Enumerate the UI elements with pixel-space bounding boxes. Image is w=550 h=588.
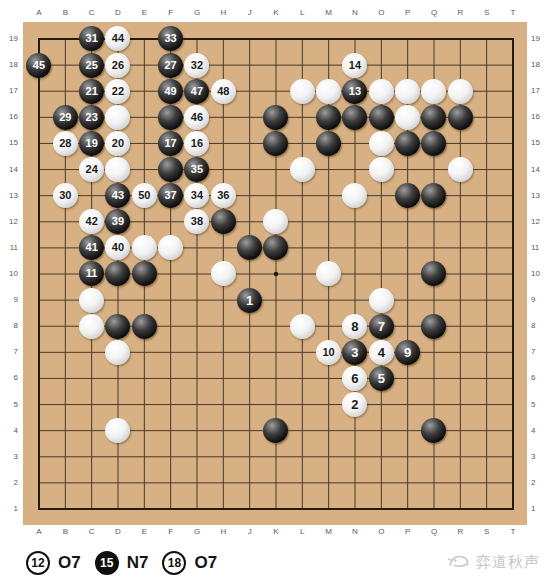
white-stone-L14 bbox=[290, 157, 315, 182]
black-stone-F18: 27 bbox=[158, 53, 183, 78]
row-label-left-3: 3 bbox=[0, 452, 18, 462]
black-stone-N16 bbox=[342, 105, 367, 130]
col-label-bottom-D: D bbox=[105, 527, 131, 536]
white-stone-N18: 14 bbox=[342, 53, 367, 78]
white-stone-N6: 6 bbox=[342, 366, 367, 391]
black-stone-J11 bbox=[237, 235, 262, 260]
white-stone-L17 bbox=[290, 79, 315, 104]
col-label-top-O: O bbox=[368, 8, 394, 17]
row-label-left-14: 14 bbox=[0, 165, 18, 175]
row-label-left-13: 13 bbox=[0, 191, 18, 201]
white-stone-E13: 50 bbox=[132, 183, 157, 208]
col-label-bottom-H: H bbox=[210, 527, 236, 536]
white-stone-D15: 20 bbox=[105, 131, 130, 156]
black-stone-Q4 bbox=[421, 418, 446, 443]
col-label-top-E: E bbox=[131, 8, 157, 17]
row-label-right-1: 1 bbox=[531, 504, 549, 514]
black-stone-K16 bbox=[263, 105, 288, 130]
black-stone-Q13 bbox=[421, 183, 446, 208]
row-label-left-8: 8 bbox=[0, 321, 18, 331]
white-stone-N13 bbox=[342, 183, 367, 208]
go-board: 3144334525262732142122494748132923462819… bbox=[23, 22, 527, 525]
white-stone-C14: 24 bbox=[79, 157, 104, 182]
black-stone-N7: 3 bbox=[342, 340, 367, 365]
col-label-top-C: C bbox=[79, 8, 105, 17]
col-label-bottom-F: F bbox=[158, 527, 184, 536]
black-stone-C19: 31 bbox=[79, 26, 104, 51]
white-stone-H17: 48 bbox=[211, 79, 236, 104]
black-stone-Q8 bbox=[421, 314, 446, 339]
row-label-right-18: 18 bbox=[531, 60, 549, 70]
black-stone-P7: 9 bbox=[395, 340, 420, 365]
row-label-left-1: 1 bbox=[0, 504, 18, 514]
row-label-right-5: 5 bbox=[531, 400, 549, 410]
black-stone-A18: 45 bbox=[26, 53, 51, 78]
caption-move-point-15: N7 bbox=[127, 553, 149, 573]
white-stone-O14 bbox=[369, 157, 394, 182]
black-stone-R16 bbox=[448, 105, 473, 130]
white-stone-C8 bbox=[79, 314, 104, 339]
row-label-right-12: 12 bbox=[531, 217, 549, 227]
watermark-text: 弈道秋声 bbox=[476, 553, 540, 572]
white-stone-M17 bbox=[316, 79, 341, 104]
row-label-right-2: 2 bbox=[531, 478, 549, 488]
white-stone-G16: 46 bbox=[184, 105, 209, 130]
white-stone-P16 bbox=[395, 105, 420, 130]
white-stone-G13: 34 bbox=[184, 183, 209, 208]
col-label-bottom-S: S bbox=[474, 527, 500, 536]
col-label-top-J: J bbox=[237, 8, 263, 17]
col-label-bottom-T: T bbox=[500, 527, 526, 536]
col-label-bottom-P: P bbox=[395, 527, 421, 536]
row-label-left-18: 18 bbox=[0, 60, 18, 70]
white-stone-O15 bbox=[369, 131, 394, 156]
row-label-right-3: 3 bbox=[531, 452, 549, 462]
white-stone-D4 bbox=[105, 418, 130, 443]
row-label-left-12: 12 bbox=[0, 217, 18, 227]
black-stone-O16 bbox=[369, 105, 394, 130]
white-stone-N5: 2 bbox=[342, 392, 367, 417]
col-label-top-D: D bbox=[105, 8, 131, 17]
black-stone-E10 bbox=[132, 261, 157, 286]
white-stone-M7: 10 bbox=[316, 340, 341, 365]
white-stone-B15: 28 bbox=[53, 131, 78, 156]
black-stone-F16 bbox=[158, 105, 183, 130]
white-stone-L8 bbox=[290, 314, 315, 339]
black-stone-G17: 47 bbox=[184, 79, 209, 104]
col-label-top-Q: Q bbox=[421, 8, 447, 17]
black-stone-M16 bbox=[316, 105, 341, 130]
caption-move-badge-18: 18 bbox=[162, 551, 186, 575]
watermark: 弈道秋声 bbox=[446, 551, 540, 573]
black-stone-F19: 33 bbox=[158, 26, 183, 51]
col-label-bottom-C: C bbox=[79, 527, 105, 536]
white-stone-D14 bbox=[105, 157, 130, 182]
white-stone-K12 bbox=[263, 209, 288, 234]
black-stone-K4 bbox=[263, 418, 288, 443]
col-label-top-M: M bbox=[316, 8, 342, 17]
col-label-bottom-R: R bbox=[447, 527, 473, 536]
black-stone-C18: 25 bbox=[79, 53, 104, 78]
white-stone-N8: 8 bbox=[342, 314, 367, 339]
black-stone-D10 bbox=[105, 261, 130, 286]
row-label-right-9: 9 bbox=[531, 295, 549, 305]
white-stone-C9 bbox=[79, 288, 104, 313]
row-label-left-17: 17 bbox=[0, 86, 18, 96]
caption-move-point-18: O7 bbox=[194, 553, 217, 573]
row-label-right-16: 16 bbox=[531, 112, 549, 122]
white-stone-M10 bbox=[316, 261, 341, 286]
black-stone-M15 bbox=[316, 131, 341, 156]
black-stone-F15: 17 bbox=[158, 131, 183, 156]
caption-move-badge-15: 15 bbox=[95, 551, 119, 575]
black-stone-O8: 7 bbox=[369, 314, 394, 339]
white-stone-O7: 4 bbox=[369, 340, 394, 365]
white-stone-F11 bbox=[158, 235, 183, 260]
row-label-right-13: 13 bbox=[531, 191, 549, 201]
row-label-right-4: 4 bbox=[531, 426, 549, 436]
white-stone-G15: 16 bbox=[184, 131, 209, 156]
caption-move-badge-12: 12 bbox=[26, 551, 50, 575]
col-label-bottom-Q: Q bbox=[421, 527, 447, 536]
row-label-left-4: 4 bbox=[0, 426, 18, 436]
white-stone-O17 bbox=[369, 79, 394, 104]
black-stone-K11 bbox=[263, 235, 288, 260]
col-label-bottom-K: K bbox=[263, 527, 289, 536]
watermark-logo-icon bbox=[446, 551, 472, 573]
row-label-right-6: 6 bbox=[531, 373, 549, 383]
black-stone-G14: 35 bbox=[184, 157, 209, 182]
white-stone-D19: 44 bbox=[105, 26, 130, 51]
row-label-right-17: 17 bbox=[531, 86, 549, 96]
col-label-top-B: B bbox=[52, 8, 78, 17]
black-stone-B16: 29 bbox=[53, 105, 78, 130]
col-label-top-F: F bbox=[158, 8, 184, 17]
row-label-left-7: 7 bbox=[0, 347, 18, 357]
col-label-bottom-J: J bbox=[237, 527, 263, 536]
row-label-left-2: 2 bbox=[0, 478, 18, 488]
black-stone-D13: 43 bbox=[105, 183, 130, 208]
black-stone-F14 bbox=[158, 157, 183, 182]
col-label-top-A: A bbox=[26, 8, 52, 17]
row-label-left-15: 15 bbox=[0, 138, 18, 148]
white-stone-D11: 40 bbox=[105, 235, 130, 260]
col-label-top-T: T bbox=[500, 8, 526, 17]
black-stone-N17: 13 bbox=[342, 79, 367, 104]
black-stone-J9: 1 bbox=[237, 288, 262, 313]
black-stone-C17: 21 bbox=[79, 79, 104, 104]
black-stone-F17: 49 bbox=[158, 79, 183, 104]
move-caption: 12O715N718O7 bbox=[26, 550, 223, 576]
black-stone-C11: 41 bbox=[79, 235, 104, 260]
col-label-top-S: S bbox=[474, 8, 500, 17]
white-stone-B13: 30 bbox=[53, 183, 78, 208]
col-label-top-K: K bbox=[263, 8, 289, 17]
white-stone-R17 bbox=[448, 79, 473, 104]
black-stone-Q15 bbox=[421, 131, 446, 156]
row-label-left-10: 10 bbox=[0, 269, 18, 279]
stones-layer: 3144334525262732142122494748132923462819… bbox=[26, 26, 526, 522]
white-stone-O9 bbox=[369, 288, 394, 313]
row-label-right-7: 7 bbox=[531, 347, 549, 357]
white-stone-E11 bbox=[132, 235, 157, 260]
row-label-right-14: 14 bbox=[531, 165, 549, 175]
white-stone-R14 bbox=[448, 157, 473, 182]
black-stone-Q16 bbox=[421, 105, 446, 130]
white-stone-C12: 42 bbox=[79, 209, 104, 234]
black-stone-K15 bbox=[263, 131, 288, 156]
col-label-top-G: G bbox=[184, 8, 210, 17]
col-label-bottom-B: B bbox=[52, 527, 78, 536]
col-label-top-P: P bbox=[395, 8, 421, 17]
row-label-right-15: 15 bbox=[531, 138, 549, 148]
row-label-right-10: 10 bbox=[531, 269, 549, 279]
col-label-bottom-O: O bbox=[368, 527, 394, 536]
col-label-top-H: H bbox=[210, 8, 236, 17]
black-stone-F13: 37 bbox=[158, 183, 183, 208]
black-stone-E8 bbox=[132, 314, 157, 339]
white-stone-H10 bbox=[211, 261, 236, 286]
black-stone-Q10 bbox=[421, 261, 446, 286]
black-stone-P13 bbox=[395, 183, 420, 208]
row-label-right-11: 11 bbox=[531, 243, 549, 253]
black-stone-C16: 23 bbox=[79, 105, 104, 130]
white-stone-H13: 36 bbox=[211, 183, 236, 208]
white-stone-D18: 26 bbox=[105, 53, 130, 78]
col-label-bottom-N: N bbox=[342, 527, 368, 536]
col-label-bottom-L: L bbox=[289, 527, 315, 536]
col-label-bottom-G: G bbox=[184, 527, 210, 536]
white-stone-P17 bbox=[395, 79, 420, 104]
col-label-top-N: N bbox=[342, 8, 368, 17]
row-label-left-9: 9 bbox=[0, 295, 18, 305]
white-stone-D7 bbox=[105, 340, 130, 365]
col-label-top-L: L bbox=[289, 8, 315, 17]
black-stone-D12: 39 bbox=[105, 209, 130, 234]
row-label-left-19: 19 bbox=[0, 34, 18, 44]
go-kifu-diagram: { "game": "go", "board": { "size": 19, "… bbox=[0, 0, 550, 588]
white-stone-D17: 22 bbox=[105, 79, 130, 104]
caption-move-point-12: O7 bbox=[58, 553, 81, 573]
white-stone-D16 bbox=[105, 105, 130, 130]
row-label-left-6: 6 bbox=[0, 373, 18, 383]
col-label-bottom-M: M bbox=[316, 527, 342, 536]
white-stone-G18: 32 bbox=[184, 53, 209, 78]
row-label-left-5: 5 bbox=[0, 400, 18, 410]
black-stone-C15: 19 bbox=[79, 131, 104, 156]
white-stone-Q17 bbox=[421, 79, 446, 104]
row-label-left-16: 16 bbox=[0, 112, 18, 122]
black-stone-D8 bbox=[105, 314, 130, 339]
black-stone-P15 bbox=[395, 131, 420, 156]
row-label-right-19: 19 bbox=[531, 34, 549, 44]
row-label-left-11: 11 bbox=[0, 243, 18, 253]
row-label-right-8: 8 bbox=[531, 321, 549, 331]
white-stone-G12: 38 bbox=[184, 209, 209, 234]
col-label-bottom-E: E bbox=[131, 527, 157, 536]
col-label-bottom-A: A bbox=[26, 527, 52, 536]
col-label-top-R: R bbox=[447, 8, 473, 17]
black-stone-H12 bbox=[211, 209, 236, 234]
black-stone-C10: 11 bbox=[79, 261, 104, 286]
black-stone-O6: 5 bbox=[369, 366, 394, 391]
